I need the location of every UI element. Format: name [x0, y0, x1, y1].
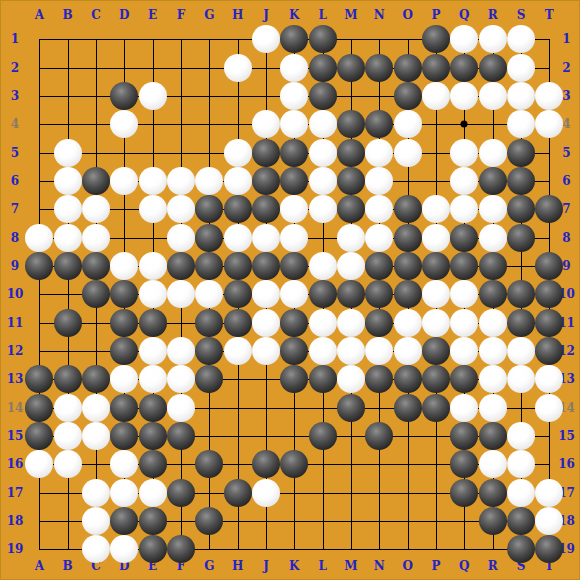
stone-white[interactable]	[280, 224, 308, 252]
row-label-left: 18	[7, 514, 24, 528]
stone-black[interactable]	[280, 252, 308, 280]
stone-black[interactable]	[139, 422, 167, 450]
stone-black[interactable]	[139, 309, 167, 337]
stone-white[interactable]	[139, 195, 167, 223]
stone-black[interactable]	[422, 54, 450, 82]
row-label-right: 3	[562, 89, 570, 103]
stone-black[interactable]	[394, 365, 422, 393]
row-label-right: 2	[562, 61, 570, 75]
stone-white[interactable]	[450, 82, 478, 110]
stone-black[interactable]	[224, 252, 252, 280]
stone-black[interactable]	[110, 309, 138, 337]
stone-white[interactable]	[479, 195, 507, 223]
stone-white[interactable]	[110, 252, 138, 280]
stone-black[interactable]	[195, 309, 223, 337]
stone-white[interactable]	[479, 309, 507, 337]
stone-white[interactable]	[309, 337, 337, 365]
stone-black[interactable]	[110, 280, 138, 308]
row-label-left: 5	[11, 146, 19, 160]
row-label-left: 16	[7, 457, 24, 471]
row-label-left: 1	[11, 32, 19, 46]
stone-white[interactable]	[365, 167, 393, 195]
column-label-top: M	[344, 8, 357, 22]
stone-white[interactable]	[479, 25, 507, 53]
stone-black[interactable]	[280, 337, 308, 365]
stone-black[interactable]	[507, 507, 535, 535]
stone-white[interactable]	[337, 224, 365, 252]
stone-black[interactable]	[167, 422, 195, 450]
row-label-right: 15	[558, 429, 575, 443]
row-label-right: 8	[562, 231, 570, 245]
stone-black[interactable]	[535, 195, 563, 223]
stone-black[interactable]	[309, 25, 337, 53]
row-label-left: 10	[7, 287, 24, 301]
stone-white[interactable]	[280, 82, 308, 110]
stone-white[interactable]	[535, 365, 563, 393]
stone-white[interactable]	[337, 365, 365, 393]
stone-black[interactable]	[535, 309, 563, 337]
row-label-left: 19	[7, 542, 24, 556]
stone-white[interactable]	[507, 110, 535, 138]
column-label-top: B	[63, 8, 73, 22]
stone-white[interactable]	[450, 167, 478, 195]
stone-white[interactable]	[252, 309, 280, 337]
stone-white[interactable]	[167, 337, 195, 365]
stone-white[interactable]	[394, 139, 422, 167]
stone-black[interactable]	[479, 280, 507, 308]
stone-black[interactable]	[479, 507, 507, 535]
stone-black[interactable]	[224, 280, 252, 308]
stone-white[interactable]	[54, 195, 82, 223]
stone-black[interactable]	[224, 309, 252, 337]
stone-white[interactable]	[507, 337, 535, 365]
stone-black[interactable]	[365, 280, 393, 308]
stone-white[interactable]	[337, 309, 365, 337]
stone-black[interactable]	[450, 54, 478, 82]
column-label-top: T	[545, 8, 554, 22]
stone-black[interactable]	[394, 54, 422, 82]
stone-black[interactable]	[309, 280, 337, 308]
stone-white[interactable]	[479, 450, 507, 478]
stone-white[interactable]	[139, 280, 167, 308]
stone-white[interactable]	[54, 139, 82, 167]
stone-black[interactable]	[280, 365, 308, 393]
stone-white[interactable]	[82, 394, 110, 422]
column-label-top: R	[488, 8, 498, 22]
stone-white[interactable]	[224, 54, 252, 82]
stone-white[interactable]	[167, 224, 195, 252]
column-label-top: E	[148, 8, 157, 22]
stone-white[interactable]	[535, 507, 563, 535]
stone-black[interactable]	[365, 54, 393, 82]
stone-black[interactable]	[479, 54, 507, 82]
stone-black[interactable]	[422, 365, 450, 393]
stone-black[interactable]	[167, 479, 195, 507]
stone-white[interactable]	[450, 394, 478, 422]
column-label-top: J	[263, 8, 269, 22]
column-label-top: O	[402, 8, 412, 22]
stone-black[interactable]	[337, 139, 365, 167]
row-label-left: 11	[7, 316, 24, 330]
column-label-top: Q	[459, 8, 469, 22]
column-label-bottom: L	[318, 559, 326, 573]
column-label-bottom: J	[263, 559, 269, 573]
stone-white[interactable]	[394, 110, 422, 138]
row-label-left: 9	[11, 259, 19, 273]
stone-black[interactable]	[139, 394, 167, 422]
stone-black[interactable]	[394, 280, 422, 308]
stone-white[interactable]	[422, 82, 450, 110]
column-label-bottom: H	[232, 559, 243, 573]
column-label-top: C	[91, 8, 101, 22]
stone-white[interactable]	[394, 337, 422, 365]
stone-white[interactable]	[110, 110, 138, 138]
stone-black[interactable]	[535, 252, 563, 280]
column-label-top: N	[374, 8, 385, 22]
stone-white[interactable]	[195, 280, 223, 308]
row-label-right: 6	[562, 174, 570, 188]
stone-black[interactable]	[337, 167, 365, 195]
column-label-bottom: O	[402, 559, 412, 573]
stone-white[interactable]	[252, 337, 280, 365]
stone-white[interactable]	[507, 82, 535, 110]
stone-black[interactable]	[422, 337, 450, 365]
stone-black[interactable]	[365, 422, 393, 450]
stone-white[interactable]	[450, 337, 478, 365]
row-label-right: 9	[562, 259, 570, 273]
stone-white[interactable]	[479, 337, 507, 365]
stone-white[interactable]	[82, 507, 110, 535]
stone-black[interactable]	[394, 394, 422, 422]
row-label-left: 3	[11, 89, 19, 103]
stone-white[interactable]	[224, 337, 252, 365]
stone-white[interactable]	[309, 110, 337, 138]
row-label-left: 17	[7, 486, 24, 500]
stone-black[interactable]	[195, 252, 223, 280]
stone-white[interactable]	[535, 479, 563, 507]
stone-white[interactable]	[139, 337, 167, 365]
stone-black[interactable]	[450, 422, 478, 450]
column-label-top: S	[517, 8, 526, 22]
stone-black[interactable]	[195, 224, 223, 252]
stone-white[interactable]	[365, 337, 393, 365]
stone-white[interactable]	[280, 280, 308, 308]
stone-white[interactable]	[422, 280, 450, 308]
column-label-bottom: P	[431, 559, 440, 573]
stone-black[interactable]	[535, 337, 563, 365]
stone-white[interactable]	[450, 309, 478, 337]
column-label-bottom: N	[374, 559, 385, 573]
stone-white[interactable]	[252, 224, 280, 252]
stone-white[interactable]	[337, 252, 365, 280]
stone-black[interactable]	[25, 394, 53, 422]
stone-black[interactable]	[195, 450, 223, 478]
stone-white[interactable]	[365, 224, 393, 252]
row-label-right: 16	[558, 457, 575, 471]
stone-black[interactable]	[25, 365, 53, 393]
stone-white[interactable]	[110, 167, 138, 195]
row-label-left: 7	[11, 202, 19, 216]
stone-black[interactable]	[54, 309, 82, 337]
stone-black[interactable]	[280, 450, 308, 478]
stone-black[interactable]	[394, 195, 422, 223]
stone-white[interactable]	[54, 422, 82, 450]
stone-white[interactable]	[309, 252, 337, 280]
row-label-left: 13	[7, 372, 24, 386]
stone-black[interactable]	[507, 139, 535, 167]
stone-white[interactable]	[139, 479, 167, 507]
stone-white[interactable]	[507, 25, 535, 53]
stone-black[interactable]	[479, 479, 507, 507]
column-label-top: G	[204, 8, 214, 22]
stone-black[interactable]	[507, 195, 535, 223]
stone-black[interactable]	[195, 507, 223, 535]
column-label-top: F	[177, 8, 186, 22]
stone-white[interactable]	[479, 365, 507, 393]
stone-white[interactable]	[54, 394, 82, 422]
stone-white[interactable]	[422, 195, 450, 223]
stone-black[interactable]	[82, 167, 110, 195]
stone-black[interactable]	[252, 195, 280, 223]
stone-white[interactable]	[450, 280, 478, 308]
column-label-top: K	[289, 8, 299, 22]
star-point	[461, 121, 468, 128]
stone-white[interactable]	[139, 167, 167, 195]
stone-black[interactable]	[337, 54, 365, 82]
stone-black[interactable]	[82, 280, 110, 308]
stone-white[interactable]	[422, 309, 450, 337]
column-label-bottom: M	[344, 559, 357, 573]
stone-white[interactable]	[507, 422, 535, 450]
stone-white[interactable]	[479, 82, 507, 110]
stone-black[interactable]	[252, 139, 280, 167]
stone-white[interactable]	[394, 309, 422, 337]
stone-white[interactable]	[280, 54, 308, 82]
stone-black[interactable]	[337, 110, 365, 138]
stone-black[interactable]	[309, 82, 337, 110]
stone-white[interactable]	[252, 479, 280, 507]
stone-white[interactable]	[167, 280, 195, 308]
stone-black[interactable]	[82, 365, 110, 393]
stone-black[interactable]	[337, 280, 365, 308]
column-label-top: L	[318, 8, 326, 22]
stone-black[interactable]	[450, 479, 478, 507]
stone-white[interactable]	[450, 25, 478, 53]
stone-black[interactable]	[535, 280, 563, 308]
stone-white[interactable]	[365, 195, 393, 223]
column-label-bottom: B	[63, 559, 73, 573]
stone-white[interactable]	[224, 139, 252, 167]
stone-white[interactable]	[422, 224, 450, 252]
stone-black[interactable]	[507, 224, 535, 252]
stone-black[interactable]	[422, 394, 450, 422]
stone-black[interactable]	[337, 195, 365, 223]
stone-black[interactable]	[110, 82, 138, 110]
stone-white[interactable]	[507, 450, 535, 478]
row-label-left: 14	[7, 401, 24, 415]
stone-white[interactable]	[82, 535, 110, 563]
stone-black[interactable]	[479, 422, 507, 450]
stone-black[interactable]	[195, 365, 223, 393]
stone-white[interactable]	[309, 167, 337, 195]
stone-white[interactable]	[535, 82, 563, 110]
row-label-left: 8	[11, 231, 19, 245]
stone-black[interactable]	[450, 450, 478, 478]
stone-black[interactable]	[394, 224, 422, 252]
stone-black[interactable]	[54, 252, 82, 280]
stone-black[interactable]	[394, 252, 422, 280]
stone-black[interactable]	[139, 450, 167, 478]
row-label-left: 4	[11, 117, 19, 131]
stone-black[interactable]	[224, 479, 252, 507]
stone-black[interactable]	[422, 252, 450, 280]
stone-white[interactable]	[507, 365, 535, 393]
stone-white[interactable]	[309, 309, 337, 337]
stone-black[interactable]	[507, 535, 535, 563]
column-label-bottom: A	[35, 559, 44, 573]
stone-white[interactable]	[479, 224, 507, 252]
stone-black[interactable]	[167, 252, 195, 280]
stone-white[interactable]	[54, 224, 82, 252]
stone-black[interactable]	[280, 139, 308, 167]
column-label-top: H	[232, 8, 243, 22]
stone-white[interactable]	[280, 195, 308, 223]
stone-black[interactable]	[394, 82, 422, 110]
stone-black[interactable]	[280, 167, 308, 195]
stone-black[interactable]	[110, 422, 138, 450]
stone-white[interactable]	[25, 450, 53, 478]
column-label-top: A	[35, 8, 44, 22]
stone-black[interactable]	[479, 167, 507, 195]
stone-black[interactable]	[365, 252, 393, 280]
stone-white[interactable]	[167, 394, 195, 422]
stone-black[interactable]	[25, 252, 53, 280]
stone-white[interactable]	[110, 450, 138, 478]
stone-black[interactable]	[365, 110, 393, 138]
stone-white[interactable]	[139, 252, 167, 280]
stone-white[interactable]	[309, 195, 337, 223]
row-label-left: 12	[7, 344, 24, 358]
column-label-bottom: G	[204, 559, 214, 573]
stone-white[interactable]	[280, 110, 308, 138]
column-label-bottom: K	[289, 559, 299, 573]
stone-black[interactable]	[54, 365, 82, 393]
stone-white[interactable]	[479, 394, 507, 422]
stone-white[interactable]	[110, 535, 138, 563]
stone-black[interactable]	[139, 535, 167, 563]
stone-white[interactable]	[82, 422, 110, 450]
stone-black[interactable]	[110, 337, 138, 365]
stone-white[interactable]	[110, 365, 138, 393]
stone-black[interactable]	[252, 252, 280, 280]
stone-white[interactable]	[110, 479, 138, 507]
stone-black[interactable]	[450, 365, 478, 393]
stone-black[interactable]	[139, 507, 167, 535]
stone-black[interactable]	[507, 309, 535, 337]
stone-white[interactable]	[507, 479, 535, 507]
stone-black[interactable]	[479, 252, 507, 280]
stone-black[interactable]	[280, 309, 308, 337]
row-label-right: 7	[562, 202, 570, 216]
stone-white[interactable]	[309, 139, 337, 167]
stone-black[interactable]	[280, 25, 308, 53]
column-label-top: P	[431, 8, 440, 22]
stone-white[interactable]	[507, 54, 535, 82]
column-label-bottom: R	[488, 559, 498, 573]
stone-black[interactable]	[507, 167, 535, 195]
stone-white[interactable]	[82, 479, 110, 507]
stone-white[interactable]	[167, 365, 195, 393]
stone-black[interactable]	[195, 195, 223, 223]
stone-black[interactable]	[309, 54, 337, 82]
stone-white[interactable]	[54, 450, 82, 478]
stone-white[interactable]	[535, 394, 563, 422]
stone-white[interactable]	[82, 195, 110, 223]
stone-white[interactable]	[139, 82, 167, 110]
stone-white[interactable]	[252, 110, 280, 138]
stone-black[interactable]	[195, 337, 223, 365]
stone-black[interactable]	[507, 280, 535, 308]
stone-black[interactable]	[110, 394, 138, 422]
stone-black[interactable]	[252, 450, 280, 478]
stone-black[interactable]	[110, 507, 138, 535]
stone-black[interactable]	[450, 224, 478, 252]
stone-white[interactable]	[450, 139, 478, 167]
stone-white[interactable]	[337, 337, 365, 365]
stone-white[interactable]	[479, 139, 507, 167]
stone-white[interactable]	[224, 224, 252, 252]
column-label-bottom: Q	[459, 559, 469, 573]
stone-black[interactable]	[365, 365, 393, 393]
row-label-right: 5	[562, 146, 570, 160]
stone-black[interactable]	[309, 365, 337, 393]
stone-black[interactable]	[224, 195, 252, 223]
stone-white[interactable]	[252, 280, 280, 308]
goban: AABBCCDDEEFFGGHHJJKKLLMMNNOOPPQQRRSSTT11…	[0, 0, 580, 580]
stone-white[interactable]	[167, 195, 195, 223]
stone-black[interactable]	[535, 535, 563, 563]
stone-white[interactable]	[195, 167, 223, 195]
stone-black[interactable]	[309, 422, 337, 450]
stone-white[interactable]	[54, 167, 82, 195]
row-label-left: 6	[11, 174, 19, 188]
stone-white[interactable]	[167, 167, 195, 195]
column-label-top: D	[119, 8, 129, 22]
row-label-left: 15	[7, 429, 24, 443]
go-board-screenshot: AABBCCDDEEFFGGHHJJKKLLMMNNOOPPQQRRSSTT11…	[0, 0, 580, 580]
stone-white[interactable]	[535, 110, 563, 138]
stone-black[interactable]	[365, 309, 393, 337]
stone-white[interactable]	[82, 224, 110, 252]
row-label-right: 1	[562, 32, 570, 46]
stone-black[interactable]	[167, 535, 195, 563]
stone-white[interactable]	[365, 139, 393, 167]
stone-black[interactable]	[422, 25, 450, 53]
stone-black[interactable]	[450, 252, 478, 280]
stone-white[interactable]	[25, 224, 53, 252]
stone-black[interactable]	[252, 167, 280, 195]
stone-white[interactable]	[224, 167, 252, 195]
row-label-left: 2	[11, 61, 19, 75]
stone-white[interactable]	[252, 25, 280, 53]
stone-white[interactable]	[450, 195, 478, 223]
row-label-right: 4	[562, 117, 570, 131]
stone-black[interactable]	[82, 252, 110, 280]
stone-black[interactable]	[337, 394, 365, 422]
stone-black[interactable]	[25, 422, 53, 450]
stone-white[interactable]	[139, 365, 167, 393]
